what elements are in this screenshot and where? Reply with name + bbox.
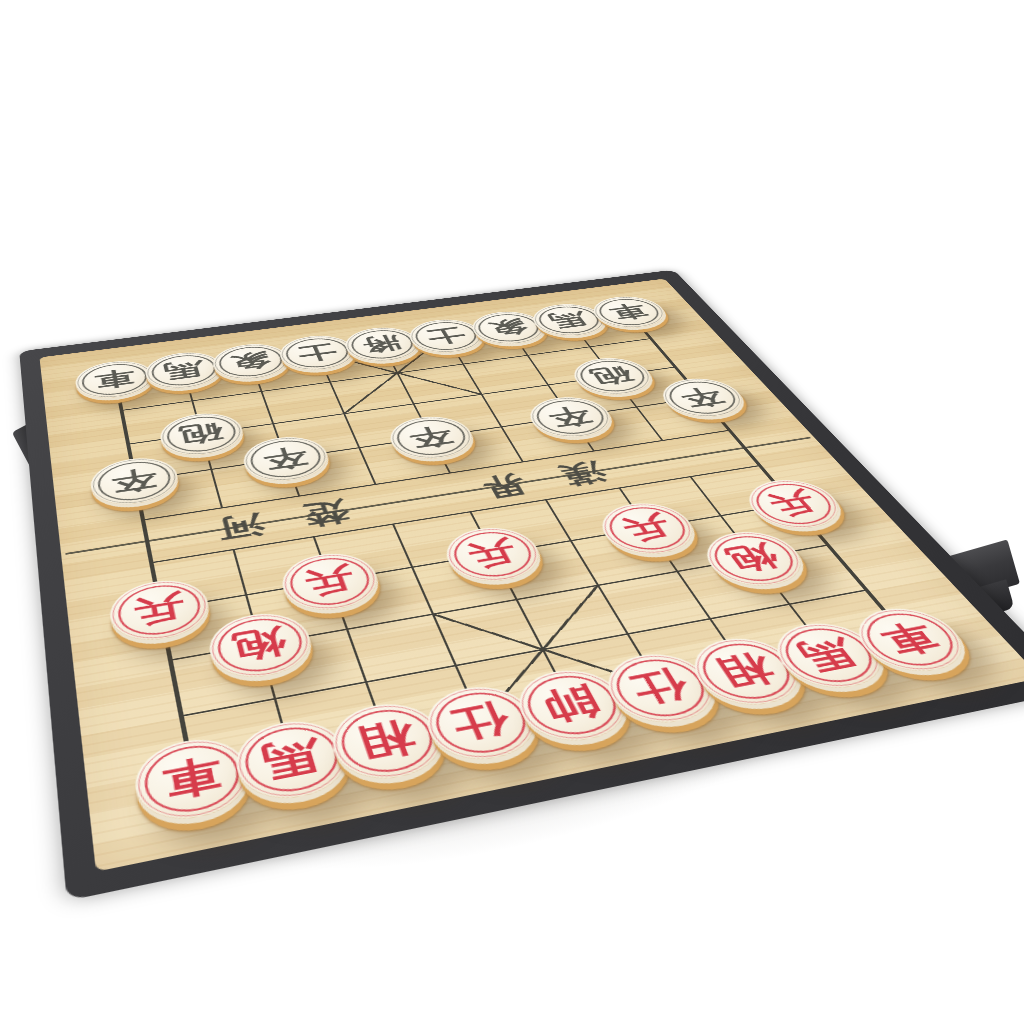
red-soldier[interactable]: 兵 — [735, 475, 854, 534]
piece-glyph: 卒 — [382, 412, 482, 464]
product-photo-scene: 河 楚 界 漢 車馬象士將士象馬車砲砲卒卒卒卒卒兵兵兵兵兵炮炮車馬相仕帥仕相馬車 — [0, 0, 1024, 1024]
piece-glyph: 兵 — [735, 475, 854, 534]
xiangqi-board: 河 楚 界 漢 車馬象士將士象馬車砲砲卒卒卒卒卒兵兵兵兵兵炮炮車馬相仕帥仕相馬車 — [39, 279, 1024, 872]
piece-glyph: 炮 — [203, 607, 318, 685]
black-soldier[interactable]: 卒 — [382, 412, 482, 464]
piece-glyph: 兵 — [589, 498, 706, 560]
piece-glyph: 兵 — [275, 547, 386, 616]
piece-glyph: 兵 — [436, 522, 550, 588]
red-soldier[interactable]: 兵 — [589, 498, 706, 560]
piece-glyph: 兵 — [106, 574, 214, 647]
black-cannon[interactable]: 砲 — [564, 354, 662, 399]
red-soldier[interactable]: 兵 — [106, 574, 214, 647]
red-soldier[interactable]: 兵 — [436, 522, 550, 588]
red-cannon[interactable]: 炮 — [693, 526, 817, 592]
piece-glyph: 卒 — [520, 393, 622, 442]
red-soldier[interactable]: 兵 — [275, 547, 386, 616]
piece-glyph: 砲 — [564, 354, 662, 399]
black-soldier[interactable]: 卒 — [520, 393, 622, 442]
piece-glyph: 卒 — [238, 432, 335, 486]
piece-glyph: 炮 — [693, 526, 817, 592]
black-soldier[interactable]: 卒 — [238, 432, 335, 486]
black-soldier[interactable]: 卒 — [652, 374, 755, 421]
piece-glyph: 卒 — [652, 374, 755, 421]
black-soldier[interactable]: 卒 — [88, 453, 183, 510]
red-cannon[interactable]: 炮 — [203, 607, 318, 685]
piece-glyph: 卒 — [88, 453, 183, 510]
